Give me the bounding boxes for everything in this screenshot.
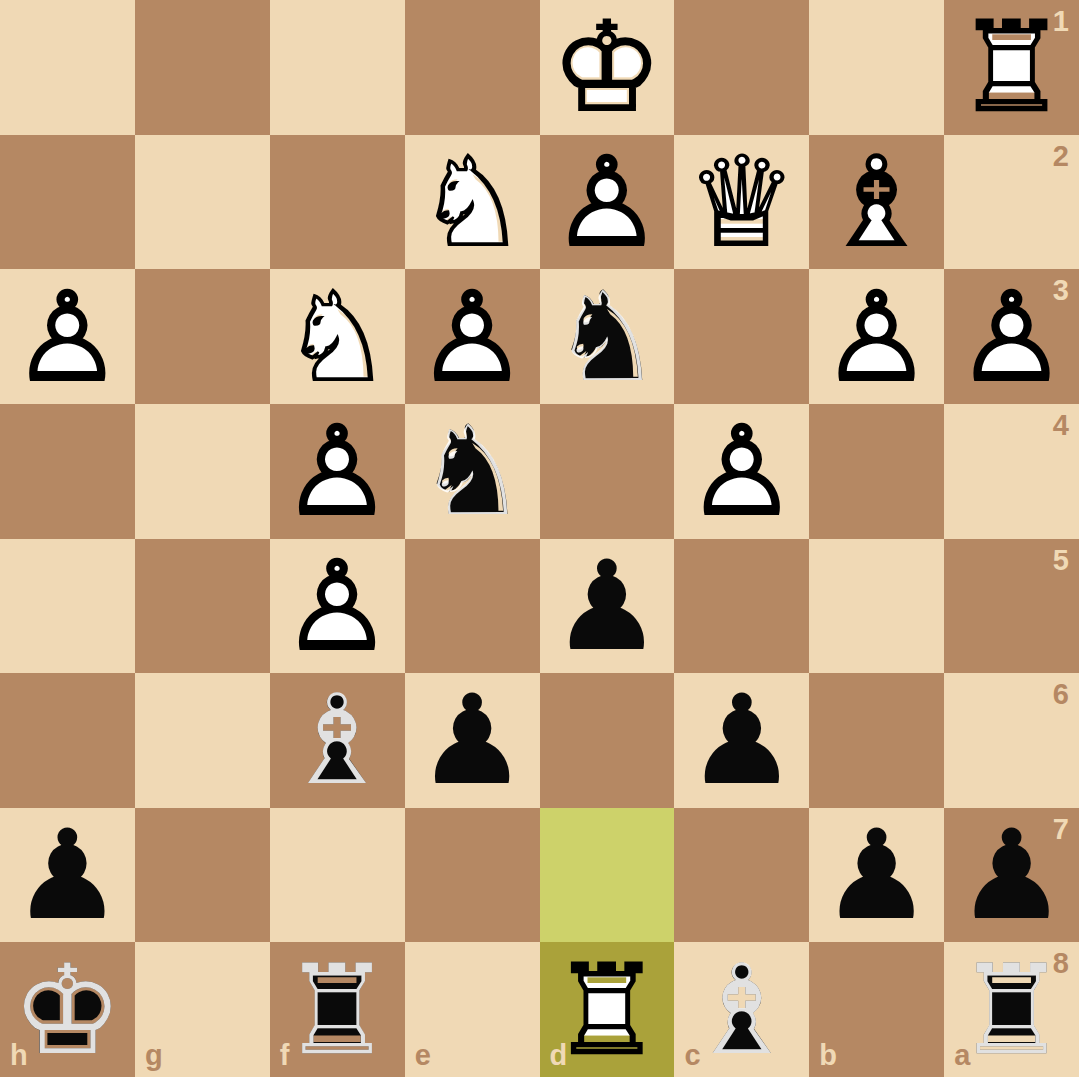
square-b1[interactable] <box>809 0 944 135</box>
square-b7[interactable]: ♟ <box>809 808 944 943</box>
rank-label-5: 5 <box>1053 546 1069 575</box>
piece-white-pawn[interactable]: ♟♙ <box>540 135 675 270</box>
square-f4[interactable]: ♟♙ <box>270 404 405 539</box>
rank-label-2: 2 <box>1053 142 1069 171</box>
square-h6[interactable] <box>0 673 135 808</box>
piece-white-rook[interactable]: ♜♖ <box>944 0 1079 135</box>
white-rook-detail-icon: ♖ <box>944 0 1079 135</box>
square-f6[interactable]: ♝♗ <box>270 673 405 808</box>
piece-white-pawn[interactable]: ♟♙ <box>405 269 540 404</box>
piece-white-knight[interactable]: ♞♘ <box>270 269 405 404</box>
square-b3[interactable]: ♟♙ <box>809 269 944 404</box>
square-d4[interactable] <box>540 404 675 539</box>
white-king-detail-icon: ♔ <box>540 0 675 135</box>
square-d3[interactable]: ♞♘ <box>540 269 675 404</box>
square-e6[interactable]: ♟ <box>405 673 540 808</box>
square-f2[interactable] <box>270 135 405 270</box>
white-pawn-detail-icon: ♙ <box>944 269 1079 404</box>
piece-black-knight[interactable]: ♞♘ <box>405 404 540 539</box>
square-d8[interactable]: d♜♖ <box>540 942 675 1077</box>
white-rook-detail-icon: ♖ <box>540 942 675 1077</box>
piece-black-pawn[interactable]: ♟ <box>540 539 675 674</box>
white-pawn-detail-icon: ♙ <box>270 539 405 674</box>
square-h8[interactable]: h♚♔ <box>0 942 135 1077</box>
file-label-g: g <box>145 1041 163 1070</box>
square-a8[interactable]: 8a♜♖ <box>944 942 1079 1077</box>
square-c7[interactable] <box>674 808 809 943</box>
piece-black-knight[interactable]: ♞♘ <box>540 269 675 404</box>
square-h2[interactable] <box>0 135 135 270</box>
piece-white-pawn[interactable]: ♟♙ <box>270 404 405 539</box>
square-b5[interactable] <box>809 539 944 674</box>
black-pawn-icon: ♟ <box>809 808 944 943</box>
square-c3[interactable] <box>674 269 809 404</box>
piece-white-bishop[interactable]: ♝♗ <box>809 135 944 270</box>
piece-white-pawn[interactable]: ♟♙ <box>270 539 405 674</box>
square-h7[interactable]: ♟ <box>0 808 135 943</box>
white-queen-detail-icon: ♕ <box>674 135 809 270</box>
square-b2[interactable]: ♝♗ <box>809 135 944 270</box>
white-knight-detail-icon: ♘ <box>270 269 405 404</box>
square-b4[interactable] <box>809 404 944 539</box>
square-g7[interactable] <box>135 808 270 943</box>
black-knight-detail-icon: ♘ <box>405 404 540 539</box>
black-pawn-icon: ♟ <box>540 539 675 674</box>
square-h4[interactable] <box>0 404 135 539</box>
piece-black-king[interactable]: ♚♔ <box>0 942 135 1077</box>
white-pawn-detail-icon: ♙ <box>809 269 944 404</box>
piece-white-king[interactable]: ♚♔ <box>540 0 675 135</box>
square-g5[interactable] <box>135 539 270 674</box>
square-e7[interactable] <box>405 808 540 943</box>
square-c8[interactable]: c♝♗ <box>674 942 809 1077</box>
piece-white-rook[interactable]: ♜♖ <box>540 942 675 1077</box>
black-pawn-icon: ♟ <box>944 808 1079 943</box>
square-e3[interactable]: ♟♙ <box>405 269 540 404</box>
piece-white-knight[interactable]: ♞♘ <box>405 135 540 270</box>
square-f7[interactable] <box>270 808 405 943</box>
piece-white-pawn[interactable]: ♟♙ <box>0 269 135 404</box>
square-g4[interactable] <box>135 404 270 539</box>
square-c2[interactable]: ♛♕ <box>674 135 809 270</box>
square-a4[interactable]: 4 <box>944 404 1079 539</box>
white-pawn-detail-icon: ♙ <box>405 269 540 404</box>
chess-board: ♚♔1♜♖♞♘♟♙♛♕♝♗2♟♙♞♘♟♙♞♘♟♙3♟♙♟♙♞♘♟♙4♟♙♟5♝♗… <box>0 0 1079 1077</box>
piece-white-pawn[interactable]: ♟♙ <box>809 269 944 404</box>
square-f3[interactable]: ♞♘ <box>270 269 405 404</box>
square-d7[interactable] <box>540 808 675 943</box>
piece-black-pawn[interactable]: ♟ <box>809 808 944 943</box>
square-a1[interactable]: 1♜♖ <box>944 0 1079 135</box>
square-g3[interactable] <box>135 269 270 404</box>
white-pawn-detail-icon: ♙ <box>0 269 135 404</box>
piece-black-bishop[interactable]: ♝♗ <box>674 942 809 1077</box>
black-bishop-detail-icon: ♗ <box>674 942 809 1077</box>
square-g1[interactable] <box>135 0 270 135</box>
piece-black-pawn[interactable]: ♟ <box>944 808 1079 943</box>
square-d2[interactable]: ♟♙ <box>540 135 675 270</box>
piece-black-rook[interactable]: ♜♖ <box>944 942 1079 1077</box>
square-e8[interactable]: e <box>405 942 540 1077</box>
square-d5[interactable]: ♟ <box>540 539 675 674</box>
piece-white-pawn[interactable]: ♟♙ <box>944 269 1079 404</box>
square-a6[interactable]: 6 <box>944 673 1079 808</box>
square-d1[interactable]: ♚♔ <box>540 0 675 135</box>
square-e1[interactable] <box>405 0 540 135</box>
square-b8[interactable]: b <box>809 942 944 1077</box>
piece-black-pawn[interactable]: ♟ <box>405 673 540 808</box>
chess-board-wrapper: ♚♔1♜♖♞♘♟♙♛♕♝♗2♟♙♞♘♟♙♞♘♟♙3♟♙♟♙♞♘♟♙4♟♙♟5♝♗… <box>0 0 1079 1077</box>
piece-white-queen[interactable]: ♛♕ <box>674 135 809 270</box>
square-a7[interactable]: 7♟ <box>944 808 1079 943</box>
square-b6[interactable] <box>809 673 944 808</box>
black-pawn-icon: ♟ <box>0 808 135 943</box>
square-f8[interactable]: f♜♖ <box>270 942 405 1077</box>
square-c5[interactable] <box>674 539 809 674</box>
square-a3[interactable]: 3♟♙ <box>944 269 1079 404</box>
black-rook-detail-icon: ♖ <box>270 942 405 1077</box>
square-g6[interactable] <box>135 673 270 808</box>
square-a2[interactable]: 2 <box>944 135 1079 270</box>
piece-black-pawn[interactable]: ♟ <box>674 673 809 808</box>
square-c6[interactable]: ♟ <box>674 673 809 808</box>
square-h1[interactable] <box>0 0 135 135</box>
black-rook-detail-icon: ♖ <box>944 942 1079 1077</box>
black-bishop-detail-icon: ♗ <box>270 673 405 808</box>
piece-black-rook[interactable]: ♜♖ <box>270 942 405 1077</box>
white-bishop-detail-icon: ♗ <box>809 135 944 270</box>
black-king-detail-icon: ♔ <box>0 942 135 1077</box>
file-label-b: b <box>819 1041 837 1070</box>
square-f5[interactable]: ♟♙ <box>270 539 405 674</box>
square-d6[interactable] <box>540 673 675 808</box>
square-c1[interactable] <box>674 0 809 135</box>
white-knight-detail-icon: ♘ <box>405 135 540 270</box>
white-pawn-detail-icon: ♙ <box>674 404 809 539</box>
piece-black-pawn[interactable]: ♟ <box>0 808 135 943</box>
piece-black-bishop[interactable]: ♝♗ <box>270 673 405 808</box>
square-a5[interactable]: 5 <box>944 539 1079 674</box>
rank-label-4: 4 <box>1053 411 1069 440</box>
square-g2[interactable] <box>135 135 270 270</box>
black-pawn-icon: ♟ <box>405 673 540 808</box>
square-h5[interactable] <box>0 539 135 674</box>
black-pawn-icon: ♟ <box>674 673 809 808</box>
square-f1[interactable] <box>270 0 405 135</box>
square-e2[interactable]: ♞♘ <box>405 135 540 270</box>
white-pawn-detail-icon: ♙ <box>270 404 405 539</box>
square-c4[interactable]: ♟♙ <box>674 404 809 539</box>
white-pawn-detail-icon: ♙ <box>540 135 675 270</box>
square-h3[interactable]: ♟♙ <box>0 269 135 404</box>
file-label-e: e <box>415 1041 431 1070</box>
square-g8[interactable]: g <box>135 942 270 1077</box>
square-e5[interactable] <box>405 539 540 674</box>
square-e4[interactable]: ♞♘ <box>405 404 540 539</box>
black-knight-detail-icon: ♘ <box>540 269 675 404</box>
rank-label-6: 6 <box>1053 680 1069 709</box>
piece-white-pawn[interactable]: ♟♙ <box>674 404 809 539</box>
